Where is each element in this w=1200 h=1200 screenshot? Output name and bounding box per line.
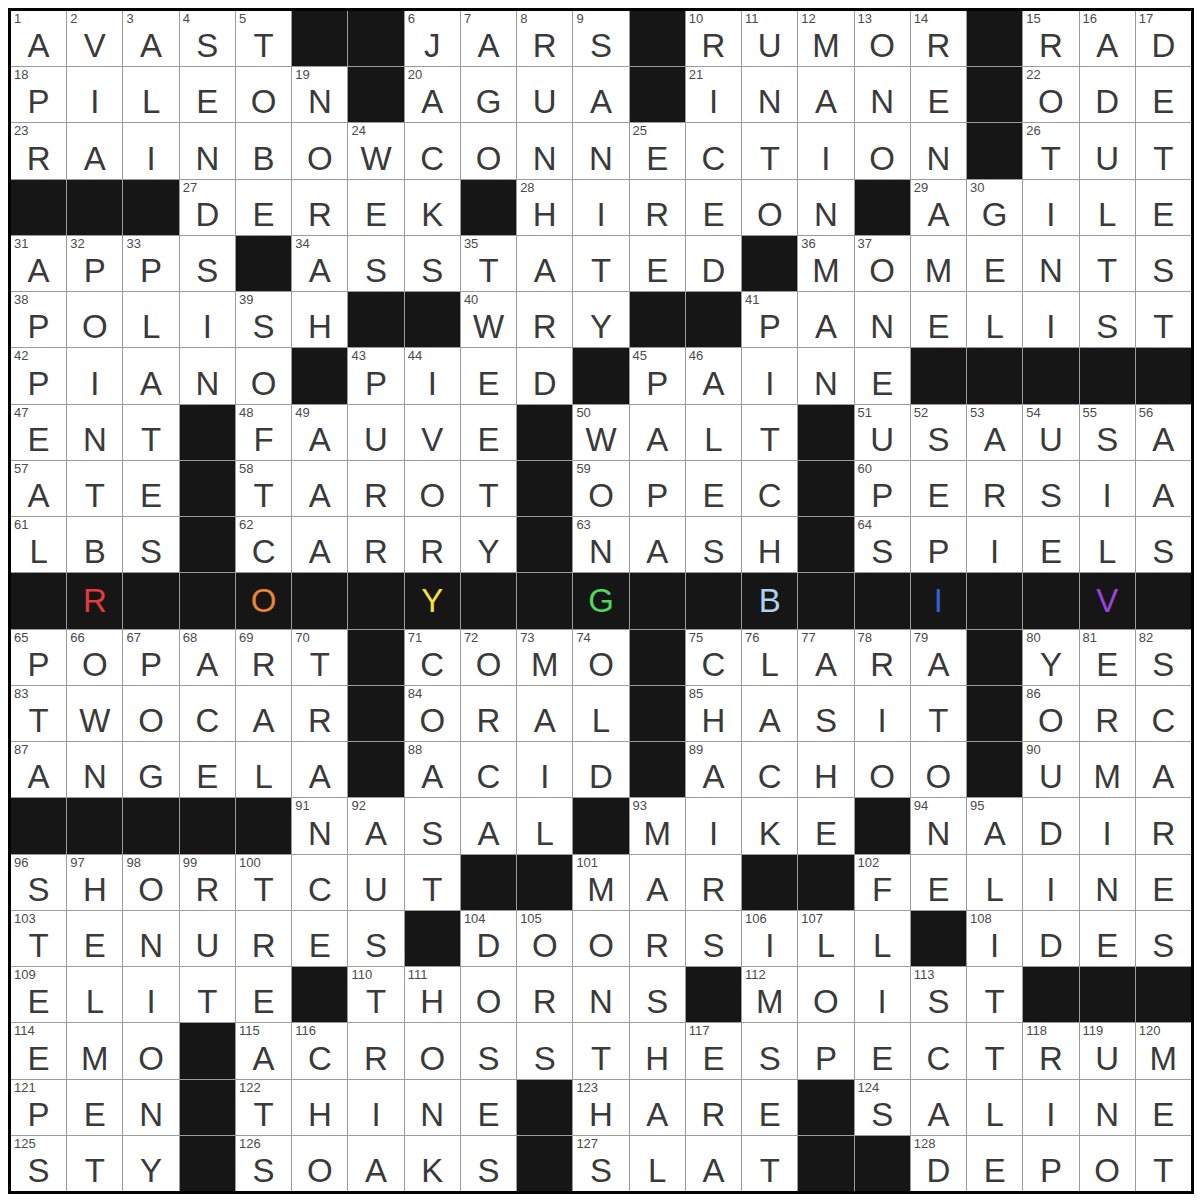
cell-r2c5[interactable]: O <box>236 67 291 122</box>
cell-r1c17[interactable]: 14R <box>911 11 966 66</box>
cell-r18c11[interactable]: N <box>573 967 628 1022</box>
cell-r6c19[interactable]: I <box>1023 292 1078 347</box>
cell-r17c9[interactable]: 104D <box>461 911 516 966</box>
cell-r10c9[interactable]: Y <box>461 517 516 572</box>
cell-r5c7[interactable]: S <box>348 236 403 291</box>
cell-r7c1[interactable]: 42P <box>11 348 66 403</box>
cell-r4c5[interactable]: E <box>236 180 291 235</box>
cell-r14c16[interactable]: O <box>855 742 910 797</box>
cell-r14c14[interactable]: C <box>742 742 797 797</box>
cell-r16c13[interactable]: R <box>686 855 741 910</box>
cell-r17c10[interactable]: 105O <box>517 911 572 966</box>
cell-r17c4[interactable]: U <box>180 911 235 966</box>
cell-r18c15[interactable]: O <box>798 967 853 1022</box>
cell-r21c20[interactable]: O <box>1080 1136 1135 1191</box>
cell-r17c19[interactable]: D <box>1023 911 1078 966</box>
cell-r17c5[interactable]: R <box>236 911 291 966</box>
cell-r15c15[interactable]: E <box>798 798 853 853</box>
cell-r12c15[interactable]: 77A <box>798 630 853 685</box>
cell-r21c21[interactable]: T <box>1136 1136 1191 1191</box>
cell-r17c7[interactable]: S <box>348 911 403 966</box>
cell-r15c21[interactable]: R <box>1136 798 1191 853</box>
cell-r15c12[interactable]: 93M <box>630 798 685 853</box>
cell-r14c20[interactable]: M <box>1080 742 1135 797</box>
cell-r5c20[interactable]: T <box>1080 236 1135 291</box>
cell-r19c6[interactable]: 116C <box>292 1023 347 1078</box>
cell-r6c2[interactable]: O <box>67 292 122 347</box>
cell-r13c1[interactable]: 83T <box>11 686 66 741</box>
cell-r3c3[interactable]: I <box>123 123 178 178</box>
cell-r17c14[interactable]: 106I <box>742 911 797 966</box>
cell-r8c1[interactable]: 47E <box>11 405 66 460</box>
cell-r2c1[interactable]: 18P <box>11 67 66 122</box>
cell-r16c3[interactable]: 98O <box>123 855 178 910</box>
cell-r7c16[interactable]: E <box>855 348 910 403</box>
cell-r2c4[interactable]: E <box>180 67 235 122</box>
cell-r14c21[interactable]: A <box>1136 742 1191 797</box>
cell-r1c21[interactable]: 17D <box>1136 11 1191 66</box>
cell-r12c17[interactable]: 79A <box>911 630 966 685</box>
cell-r17c20[interactable]: E <box>1080 911 1135 966</box>
cell-r21c3[interactable]: Y <box>123 1136 178 1191</box>
cell-r3c7[interactable]: 24W <box>348 123 403 178</box>
cell-r21c9[interactable]: S <box>461 1136 516 1191</box>
cell-r4c8[interactable]: K <box>405 180 460 235</box>
cell-r8c19[interactable]: 54U <box>1023 405 1078 460</box>
cell-r21c7[interactable]: A <box>348 1136 403 1191</box>
cell-r7c9[interactable]: E <box>461 348 516 403</box>
cell-r18c10[interactable]: R <box>517 967 572 1022</box>
cell-r13c4[interactable]: C <box>180 686 235 741</box>
cell-r13c11[interactable]: L <box>573 686 628 741</box>
cell-r7c5[interactable]: O <box>236 348 291 403</box>
cell-r16c7[interactable]: U <box>348 855 403 910</box>
cell-r5c9[interactable]: 35T <box>461 236 516 291</box>
cell-r10c11[interactable]: 63N <box>573 517 628 572</box>
cell-r14c15[interactable]: H <box>798 742 853 797</box>
cell-r19c19[interactable]: 118R <box>1023 1023 1078 1078</box>
cell-r9c9[interactable]: T <box>461 461 516 516</box>
cell-r8c11[interactable]: 50W <box>573 405 628 460</box>
cell-r4c10[interactable]: 28H <box>517 180 572 235</box>
cell-r13c2[interactable]: W <box>67 686 122 741</box>
cell-r6c20[interactable]: S <box>1080 292 1135 347</box>
cell-r18c2[interactable]: L <box>67 967 122 1022</box>
cell-r19c3[interactable]: O <box>123 1023 178 1078</box>
cell-r6c5[interactable]: 39S <box>236 292 291 347</box>
cell-r16c1[interactable]: 96S <box>11 855 66 910</box>
cell-r10c2[interactable]: B <box>67 517 122 572</box>
cell-r21c13[interactable]: A <box>686 1136 741 1191</box>
cell-r9c19[interactable]: S <box>1023 461 1078 516</box>
cell-r4c14[interactable]: O <box>742 180 797 235</box>
cell-r21c5[interactable]: 126S <box>236 1136 291 1191</box>
cell-r8c3[interactable]: T <box>123 405 178 460</box>
cell-r14c13[interactable]: 89A <box>686 742 741 797</box>
cell-r6c21[interactable]: T <box>1136 292 1191 347</box>
cell-r19c7[interactable]: R <box>348 1023 403 1078</box>
cell-r19c20[interactable]: 119U <box>1080 1023 1135 1078</box>
cell-r21c17[interactable]: 128D <box>911 1136 966 1191</box>
cell-r18c8[interactable]: 111H <box>405 967 460 1022</box>
cell-r15c9[interactable]: A <box>461 798 516 853</box>
cell-r13c20[interactable]: R <box>1080 686 1135 741</box>
cell-r17c16[interactable]: L <box>855 911 910 966</box>
cell-r8c14[interactable]: T <box>742 405 797 460</box>
cell-r8c21[interactable]: 56A <box>1136 405 1191 460</box>
cell-r1c11[interactable]: 9S <box>573 11 628 66</box>
cell-r4c19[interactable]: I <box>1023 180 1078 235</box>
cell-r12c16[interactable]: 78R <box>855 630 910 685</box>
cell-r2c3[interactable]: L <box>123 67 178 122</box>
cell-r5c1[interactable]: 31A <box>11 236 66 291</box>
cell-r2c15[interactable]: A <box>798 67 853 122</box>
cell-r9c12[interactable]: P <box>630 461 685 516</box>
cell-r4c11[interactable]: I <box>573 180 628 235</box>
cell-r15c6[interactable]: 91N <box>292 798 347 853</box>
cell-r7c12[interactable]: 45P <box>630 348 685 403</box>
cell-r10c19[interactable]: E <box>1023 517 1078 572</box>
cell-r15c14[interactable]: K <box>742 798 797 853</box>
cell-r6c10[interactable]: R <box>517 292 572 347</box>
cell-r3c21[interactable]: T <box>1136 123 1191 178</box>
cell-r12c9[interactable]: 72O <box>461 630 516 685</box>
cell-r2c6[interactable]: 19N <box>292 67 347 122</box>
cell-r17c21[interactable]: S <box>1136 911 1191 966</box>
cell-r5c11[interactable]: T <box>573 236 628 291</box>
cell-r18c7[interactable]: 110T <box>348 967 403 1022</box>
cell-r20c21[interactable]: E <box>1136 1080 1191 1135</box>
cell-r14c1[interactable]: 87A <box>11 742 66 797</box>
cell-r10c16[interactable]: 64S <box>855 517 910 572</box>
cell-r15c7[interactable]: 92A <box>348 798 403 853</box>
cell-r10c5[interactable]: 62C <box>236 517 291 572</box>
cell-r19c5[interactable]: 115A <box>236 1023 291 1078</box>
cell-r10c3[interactable]: S <box>123 517 178 572</box>
cell-r2c10[interactable]: U <box>517 67 572 122</box>
cell-r21c6[interactable]: O <box>292 1136 347 1191</box>
cell-r10c7[interactable]: R <box>348 517 403 572</box>
cell-r7c13[interactable]: 46A <box>686 348 741 403</box>
cell-r2c13[interactable]: 21I <box>686 67 741 122</box>
cell-r12c1[interactable]: 65P <box>11 630 66 685</box>
cell-r20c9[interactable]: E <box>461 1080 516 1135</box>
cell-r2c9[interactable]: G <box>461 67 516 122</box>
cell-r15c18[interactable]: 95A <box>967 798 1022 853</box>
cell-r5c8[interactable]: S <box>405 236 460 291</box>
cell-r9c5[interactable]: 58T <box>236 461 291 516</box>
cell-r19c8[interactable]: O <box>405 1023 460 1078</box>
cell-r1c1[interactable]: 1A <box>11 11 66 66</box>
cell-r9c16[interactable]: 60P <box>855 461 910 516</box>
cell-r1c20[interactable]: 16A <box>1080 11 1135 66</box>
cell-r21c14[interactable]: T <box>742 1136 797 1191</box>
cell-r20c13[interactable]: R <box>686 1080 741 1135</box>
cell-r21c11[interactable]: 127S <box>573 1136 628 1191</box>
cell-r3c9[interactable]: O <box>461 123 516 178</box>
cell-r18c1[interactable]: 109E <box>11 967 66 1022</box>
cell-r13c8[interactable]: 84O <box>405 686 460 741</box>
cell-r14c2[interactable]: N <box>67 742 122 797</box>
cell-r9c14[interactable]: C <box>742 461 797 516</box>
cell-r5c10[interactable]: A <box>517 236 572 291</box>
cell-r19c16[interactable]: E <box>855 1023 910 1078</box>
cell-r12c2[interactable]: 66O <box>67 630 122 685</box>
cell-r6c1[interactable]: 38P <box>11 292 66 347</box>
cell-r5c21[interactable]: S <box>1136 236 1191 291</box>
cell-r4c12[interactable]: R <box>630 180 685 235</box>
cell-r16c6[interactable]: C <box>292 855 347 910</box>
cell-r19c9[interactable]: S <box>461 1023 516 1078</box>
cell-r7c3[interactable]: A <box>123 348 178 403</box>
cell-r2c17[interactable]: E <box>911 67 966 122</box>
cell-r3c8[interactable]: C <box>405 123 460 178</box>
cell-r20c3[interactable]: N <box>123 1080 178 1135</box>
cell-r13c3[interactable]: O <box>123 686 178 741</box>
cell-r20c1[interactable]: 121P <box>11 1080 66 1135</box>
cell-r14c11[interactable]: D <box>573 742 628 797</box>
cell-r15c8[interactable]: S <box>405 798 460 853</box>
cell-r2c8[interactable]: 20A <box>405 67 460 122</box>
cell-r18c18[interactable]: T <box>967 967 1022 1022</box>
cell-r13c10[interactable]: A <box>517 686 572 741</box>
cell-r6c16[interactable]: N <box>855 292 910 347</box>
cell-r16c19[interactable]: I <box>1023 855 1078 910</box>
cell-r20c19[interactable]: I <box>1023 1080 1078 1135</box>
cell-r20c8[interactable]: N <box>405 1080 460 1135</box>
cell-r1c3[interactable]: 3A <box>123 11 178 66</box>
cell-r17c1[interactable]: 103T <box>11 911 66 966</box>
cell-r19c13[interactable]: 117E <box>686 1023 741 1078</box>
cell-r3c2[interactable]: A <box>67 123 122 178</box>
cell-r9c1[interactable]: 57A <box>11 461 66 516</box>
cell-r14c6[interactable]: A <box>292 742 347 797</box>
cell-r17c2[interactable]: E <box>67 911 122 966</box>
cell-r12c10[interactable]: 73M <box>517 630 572 685</box>
cell-r3c15[interactable]: I <box>798 123 853 178</box>
cell-r21c19[interactable]: P <box>1023 1136 1078 1191</box>
cell-r12c8[interactable]: 71C <box>405 630 460 685</box>
cell-r9c7[interactable]: R <box>348 461 403 516</box>
cell-r19c18[interactable]: T <box>967 1023 1022 1078</box>
cell-r12c3[interactable]: 67P <box>123 630 178 685</box>
cell-r14c19[interactable]: 90U <box>1023 742 1078 797</box>
cell-r6c14[interactable]: 41P <box>742 292 797 347</box>
cell-r20c2[interactable]: E <box>67 1080 122 1135</box>
cell-r12c20[interactable]: 81E <box>1080 630 1135 685</box>
cell-r19c17[interactable]: C <box>911 1023 966 1078</box>
cell-r15c13[interactable]: I <box>686 798 741 853</box>
cell-r16c4[interactable]: 99R <box>180 855 235 910</box>
cell-r16c18[interactable]: L <box>967 855 1022 910</box>
cell-r6c18[interactable]: L <box>967 292 1022 347</box>
cell-r5c12[interactable]: E <box>630 236 685 291</box>
cell-r13c5[interactable]: A <box>236 686 291 741</box>
cell-r2c11[interactable]: A <box>573 67 628 122</box>
cell-r20c11[interactable]: 123H <box>573 1080 628 1135</box>
cell-r7c10[interactable]: D <box>517 348 572 403</box>
cell-r19c2[interactable]: M <box>67 1023 122 1078</box>
cell-r15c17[interactable]: 94N <box>911 798 966 853</box>
cell-r4c20[interactable]: L <box>1080 180 1135 235</box>
cell-r9c3[interactable]: E <box>123 461 178 516</box>
cell-r1c13[interactable]: 10R <box>686 11 741 66</box>
cell-r18c16[interactable]: I <box>855 967 910 1022</box>
cell-r8c9[interactable]: E <box>461 405 516 460</box>
cell-r3c1[interactable]: 23R <box>11 123 66 178</box>
cell-r21c1[interactable]: 125S <box>11 1136 66 1191</box>
cell-r4c13[interactable]: E <box>686 180 741 235</box>
cell-r5c17[interactable]: M <box>911 236 966 291</box>
cell-r19c12[interactable]: H <box>630 1023 685 1078</box>
cell-r8c18[interactable]: 53A <box>967 405 1022 460</box>
cell-r9c18[interactable]: R <box>967 461 1022 516</box>
cell-r5c3[interactable]: 33P <box>123 236 178 291</box>
cell-r2c21[interactable]: E <box>1136 67 1191 122</box>
cell-r9c8[interactable]: O <box>405 461 460 516</box>
cell-r1c19[interactable]: 15R <box>1023 11 1078 66</box>
cell-r9c11[interactable]: 59O <box>573 461 628 516</box>
cell-r9c2[interactable]: T <box>67 461 122 516</box>
cell-r16c12[interactable]: A <box>630 855 685 910</box>
cell-r3c12[interactable]: 25E <box>630 123 685 178</box>
cell-r14c3[interactable]: G <box>123 742 178 797</box>
cell-r20c20[interactable]: N <box>1080 1080 1135 1135</box>
cell-r20c7[interactable]: I <box>348 1080 403 1135</box>
cell-r8c7[interactable]: U <box>348 405 403 460</box>
cell-r3c6[interactable]: O <box>292 123 347 178</box>
cell-r4c21[interactable]: E <box>1136 180 1191 235</box>
cell-r16c20[interactable]: N <box>1080 855 1135 910</box>
cell-r16c2[interactable]: 97H <box>67 855 122 910</box>
cell-r8c12[interactable]: A <box>630 405 685 460</box>
cell-r5c15[interactable]: 36M <box>798 236 853 291</box>
cell-r19c10[interactable]: S <box>517 1023 572 1078</box>
cell-r10c18[interactable]: I <box>967 517 1022 572</box>
cell-r4c4[interactable]: 27D <box>180 180 235 235</box>
cell-r13c13[interactable]: 85H <box>686 686 741 741</box>
cell-r20c16[interactable]: 124S <box>855 1080 910 1135</box>
cell-r8c5[interactable]: 48F <box>236 405 291 460</box>
cell-r16c16[interactable]: 102F <box>855 855 910 910</box>
cell-r1c9[interactable]: 7A <box>461 11 516 66</box>
cell-r5c6[interactable]: 34A <box>292 236 347 291</box>
cell-r9c6[interactable]: A <box>292 461 347 516</box>
cell-r8c17[interactable]: 52S <box>911 405 966 460</box>
cell-r19c11[interactable]: T <box>573 1023 628 1078</box>
cell-r20c5[interactable]: 122T <box>236 1080 291 1135</box>
cell-r10c14[interactable]: H <box>742 517 797 572</box>
cell-r17c15[interactable]: 107L <box>798 911 853 966</box>
cell-r13c14[interactable]: A <box>742 686 797 741</box>
cell-r19c14[interactable]: S <box>742 1023 797 1078</box>
cell-r5c16[interactable]: 37O <box>855 236 910 291</box>
cell-r21c2[interactable]: T <box>67 1136 122 1191</box>
cell-r15c19[interactable]: D <box>1023 798 1078 853</box>
cell-r4c15[interactable]: N <box>798 180 853 235</box>
cell-r17c18[interactable]: 108I <box>967 911 1022 966</box>
cell-r7c15[interactable]: N <box>798 348 853 403</box>
cell-r18c5[interactable]: E <box>236 967 291 1022</box>
cell-r17c3[interactable]: N <box>123 911 178 966</box>
cell-r20c18[interactable]: L <box>967 1080 1022 1135</box>
cell-r14c10[interactable]: I <box>517 742 572 797</box>
cell-r7c14[interactable]: I <box>742 348 797 403</box>
cell-r14c8[interactable]: 88A <box>405 742 460 797</box>
cell-r14c17[interactable]: O <box>911 742 966 797</box>
cell-r1c10[interactable]: 8R <box>517 11 572 66</box>
cell-r6c17[interactable]: E <box>911 292 966 347</box>
cell-r4c18[interactable]: 30G <box>967 180 1022 235</box>
cell-r5c13[interactable]: D <box>686 236 741 291</box>
cell-r6c6[interactable]: H <box>292 292 347 347</box>
cell-r18c17[interactable]: 113S <box>911 967 966 1022</box>
cell-r10c21[interactable]: S <box>1136 517 1191 572</box>
cell-r10c17[interactable]: P <box>911 517 966 572</box>
cell-r13c16[interactable]: I <box>855 686 910 741</box>
cell-r12c13[interactable]: 75C <box>686 630 741 685</box>
cell-r1c14[interactable]: 11U <box>742 11 797 66</box>
cell-r5c19[interactable]: N <box>1023 236 1078 291</box>
cell-r15c20[interactable]: I <box>1080 798 1135 853</box>
cell-r7c8[interactable]: 44I <box>405 348 460 403</box>
cell-r3c20[interactable]: U <box>1080 123 1135 178</box>
cell-r1c2[interactable]: 2V <box>67 11 122 66</box>
cell-r13c9[interactable]: R <box>461 686 516 741</box>
cell-r17c13[interactable]: S <box>686 911 741 966</box>
cell-r20c12[interactable]: A <box>630 1080 685 1135</box>
cell-r3c4[interactable]: N <box>180 123 235 178</box>
cell-r1c15[interactable]: 12M <box>798 11 853 66</box>
cell-r14c5[interactable]: L <box>236 742 291 797</box>
cell-r3c5[interactable]: B <box>236 123 291 178</box>
cell-r9c17[interactable]: E <box>911 461 966 516</box>
cell-r20c6[interactable]: H <box>292 1080 347 1135</box>
cell-r19c21[interactable]: 120M <box>1136 1023 1191 1078</box>
cell-r3c11[interactable]: N <box>573 123 628 178</box>
cell-r16c17[interactable]: E <box>911 855 966 910</box>
cell-r1c5[interactable]: 5T <box>236 11 291 66</box>
cell-r8c20[interactable]: 55S <box>1080 405 1135 460</box>
cell-r10c6[interactable]: A <box>292 517 347 572</box>
cell-r13c19[interactable]: 86O <box>1023 686 1078 741</box>
cell-r13c15[interactable]: S <box>798 686 853 741</box>
cell-r8c2[interactable]: N <box>67 405 122 460</box>
cell-r12c4[interactable]: 68A <box>180 630 235 685</box>
cell-r6c11[interactable]: Y <box>573 292 628 347</box>
cell-r18c14[interactable]: 112M <box>742 967 797 1022</box>
cell-r7c7[interactable]: 43P <box>348 348 403 403</box>
cell-r12c19[interactable]: 80Y <box>1023 630 1078 685</box>
cell-r1c8[interactable]: 6J <box>405 11 460 66</box>
cell-r13c21[interactable]: C <box>1136 686 1191 741</box>
cell-r6c15[interactable]: A <box>798 292 853 347</box>
cell-r10c13[interactable]: S <box>686 517 741 572</box>
cell-r9c21[interactable]: A <box>1136 461 1191 516</box>
cell-r12c21[interactable]: 82S <box>1136 630 1191 685</box>
cell-r10c20[interactable]: L <box>1080 517 1135 572</box>
cell-r12c5[interactable]: 69R <box>236 630 291 685</box>
cell-r18c3[interactable]: I <box>123 967 178 1022</box>
cell-r15c10[interactable]: L <box>517 798 572 853</box>
cell-r18c9[interactable]: O <box>461 967 516 1022</box>
cell-r16c21[interactable]: E <box>1136 855 1191 910</box>
cell-r21c18[interactable]: E <box>967 1136 1022 1191</box>
cell-r14c4[interactable]: E <box>180 742 235 797</box>
cell-r12c6[interactable]: 70T <box>292 630 347 685</box>
cell-r4c17[interactable]: 29A <box>911 180 966 235</box>
cell-r10c12[interactable]: A <box>630 517 685 572</box>
